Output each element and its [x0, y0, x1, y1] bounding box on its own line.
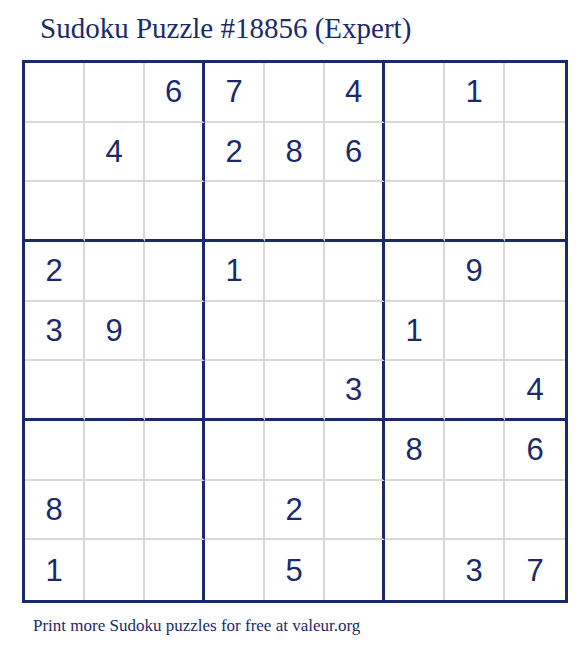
cell-r9c8[interactable]: 3: [445, 540, 505, 600]
cell-r5c2[interactable]: 9: [85, 302, 145, 362]
footer-text: Print more Sudoku puzzles for free at va…: [33, 616, 360, 636]
cell-r4c7[interactable]: [385, 242, 445, 302]
cell-r6c4[interactable]: [205, 361, 265, 421]
cell-r4c3[interactable]: [145, 242, 205, 302]
cell-r6c1[interactable]: [25, 361, 85, 421]
cell-r7c8[interactable]: [445, 421, 505, 481]
cell-r3c9[interactable]: [505, 182, 565, 242]
cell-r7c7[interactable]: 8: [385, 421, 445, 481]
cell-r5c6[interactable]: [325, 302, 385, 362]
cell-r2c5[interactable]: 8: [265, 123, 325, 183]
cell-r5c5[interactable]: [265, 302, 325, 362]
cell-r5c8[interactable]: [445, 302, 505, 362]
cell-r8c3[interactable]: [145, 481, 205, 541]
cell-r1c4[interactable]: 7: [205, 63, 265, 123]
cell-r2c1[interactable]: [25, 123, 85, 183]
sudoku-grid: 674142862193913486821537: [22, 60, 568, 603]
page-title: Sudoku Puzzle #18856 (Expert): [40, 12, 411, 45]
cell-r7c5[interactable]: [265, 421, 325, 481]
cell-r7c3[interactable]: [145, 421, 205, 481]
cell-r8c4[interactable]: [205, 481, 265, 541]
cell-r2c3[interactable]: [145, 123, 205, 183]
cell-r9c2[interactable]: [85, 540, 145, 600]
cell-r6c6[interactable]: 3: [325, 361, 385, 421]
cell-r5c9[interactable]: [505, 302, 565, 362]
cell-r1c3[interactable]: 6: [145, 63, 205, 123]
cell-r1c2[interactable]: [85, 63, 145, 123]
cell-r7c4[interactable]: [205, 421, 265, 481]
cell-r2c6[interactable]: 6: [325, 123, 385, 183]
cell-r3c1[interactable]: [25, 182, 85, 242]
cell-r5c3[interactable]: [145, 302, 205, 362]
cell-r6c9[interactable]: 4: [505, 361, 565, 421]
cell-r4c2[interactable]: [85, 242, 145, 302]
cell-r2c7[interactable]: [385, 123, 445, 183]
cell-r8c9[interactable]: [505, 481, 565, 541]
cell-r4c8[interactable]: 9: [445, 242, 505, 302]
cell-r5c1[interactable]: 3: [25, 302, 85, 362]
cell-r8c5[interactable]: 2: [265, 481, 325, 541]
cell-r1c6[interactable]: 4: [325, 63, 385, 123]
cell-r7c9[interactable]: 6: [505, 421, 565, 481]
cell-r4c5[interactable]: [265, 242, 325, 302]
cell-r9c3[interactable]: [145, 540, 205, 600]
cell-r8c2[interactable]: [85, 481, 145, 541]
cell-r3c6[interactable]: [325, 182, 385, 242]
cell-r3c2[interactable]: [85, 182, 145, 242]
cell-r6c8[interactable]: [445, 361, 505, 421]
cell-r2c8[interactable]: [445, 123, 505, 183]
cell-r1c5[interactable]: [265, 63, 325, 123]
cell-r9c6[interactable]: [325, 540, 385, 600]
cell-r8c1[interactable]: 8: [25, 481, 85, 541]
cell-r4c1[interactable]: 2: [25, 242, 85, 302]
cell-r3c4[interactable]: [205, 182, 265, 242]
cell-r5c4[interactable]: [205, 302, 265, 362]
cell-r1c1[interactable]: [25, 63, 85, 123]
cell-r9c9[interactable]: 7: [505, 540, 565, 600]
cell-r4c9[interactable]: [505, 242, 565, 302]
cell-r1c8[interactable]: 1: [445, 63, 505, 123]
cell-r2c2[interactable]: 4: [85, 123, 145, 183]
cell-r1c7[interactable]: [385, 63, 445, 123]
cell-r9c1[interactable]: 1: [25, 540, 85, 600]
cell-r6c5[interactable]: [265, 361, 325, 421]
cell-r2c4[interactable]: 2: [205, 123, 265, 183]
cell-r1c9[interactable]: [505, 63, 565, 123]
cell-r5c7[interactable]: 1: [385, 302, 445, 362]
cell-r2c9[interactable]: [505, 123, 565, 183]
cell-r9c5[interactable]: 5: [265, 540, 325, 600]
cell-r4c4[interactable]: 1: [205, 242, 265, 302]
cell-r3c8[interactable]: [445, 182, 505, 242]
cell-r6c3[interactable]: [145, 361, 205, 421]
cell-r6c7[interactable]: [385, 361, 445, 421]
cell-r3c5[interactable]: [265, 182, 325, 242]
cell-r8c8[interactable]: [445, 481, 505, 541]
cell-r6c2[interactable]: [85, 361, 145, 421]
cell-r9c4[interactable]: [205, 540, 265, 600]
cell-r3c7[interactable]: [385, 182, 445, 242]
cell-r7c1[interactable]: [25, 421, 85, 481]
cell-r7c6[interactable]: [325, 421, 385, 481]
cell-r9c7[interactable]: [385, 540, 445, 600]
cell-r7c2[interactable]: [85, 421, 145, 481]
cell-r8c7[interactable]: [385, 481, 445, 541]
cell-r8c6[interactable]: [325, 481, 385, 541]
cell-r4c6[interactable]: [325, 242, 385, 302]
cell-r3c3[interactable]: [145, 182, 205, 242]
